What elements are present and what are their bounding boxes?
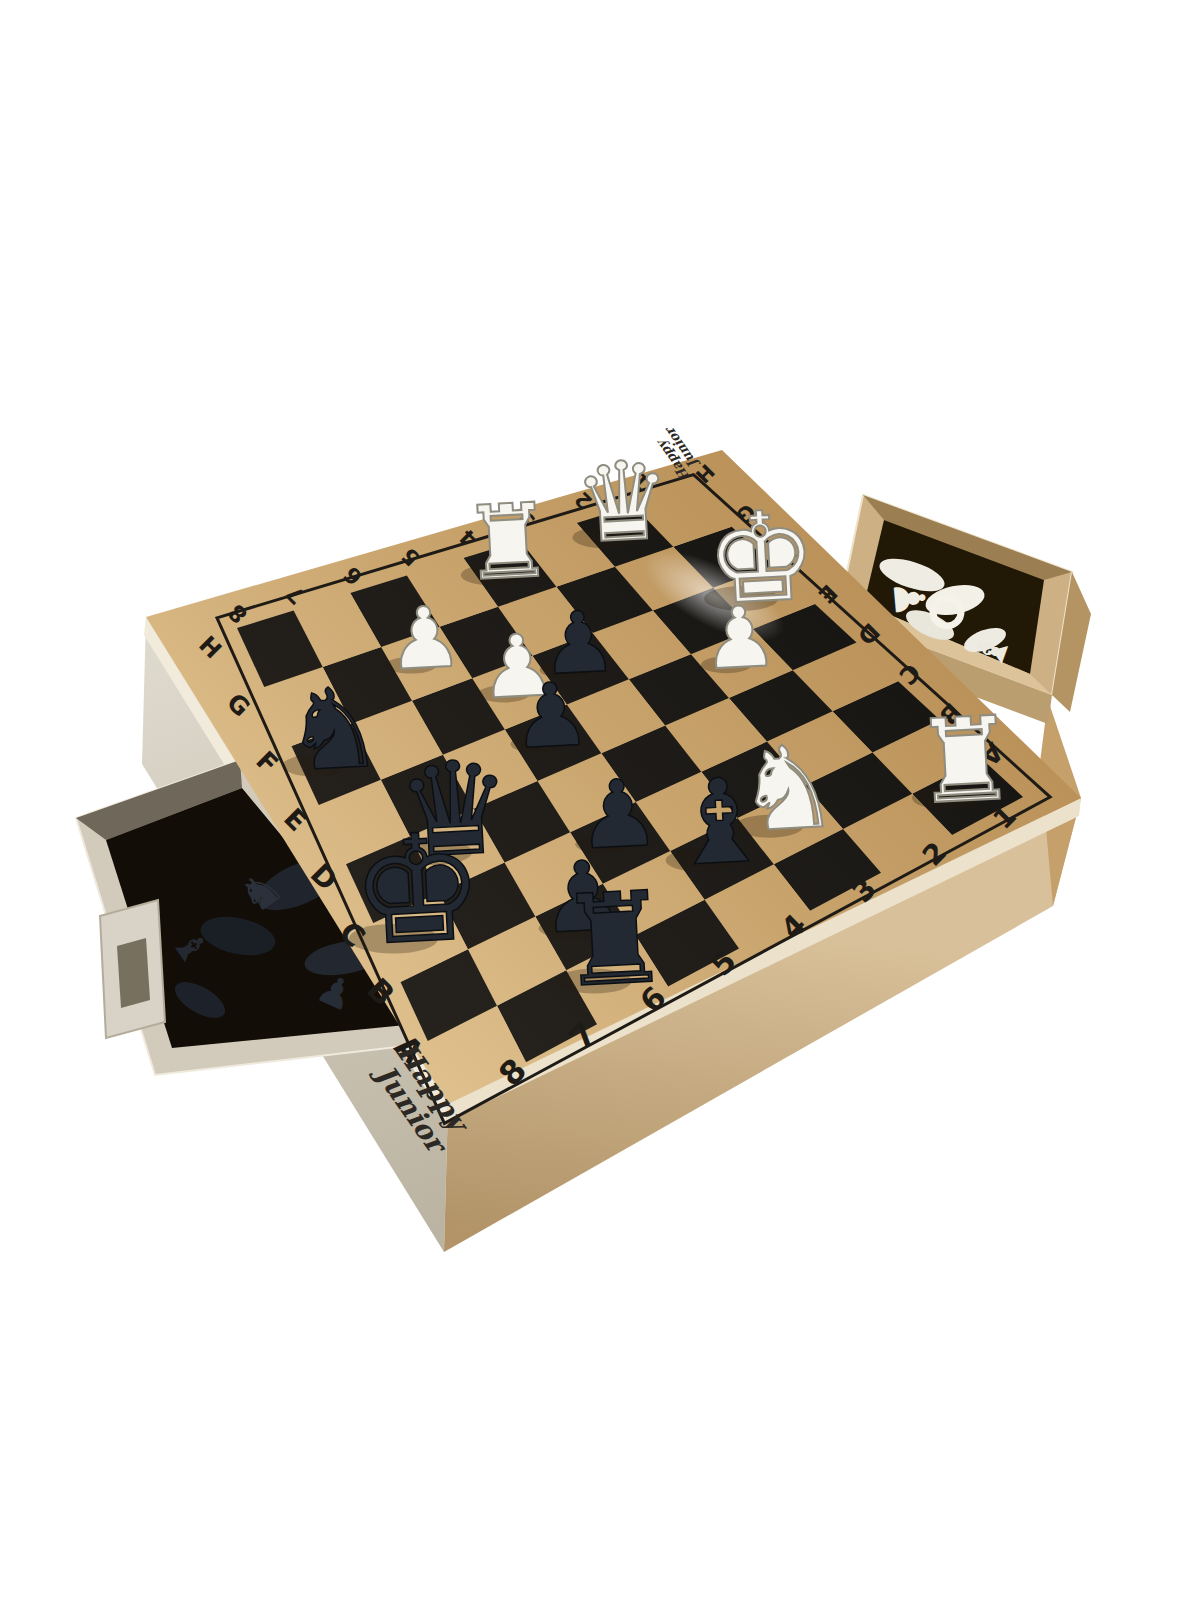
piece-glyph: ♛ [571,436,675,568]
black-king-c8: ♚ [347,799,489,979]
white-rook-a1: ♜ [910,690,1020,829]
white-pawn-g6: ♟ [385,587,465,689]
captured-white-piece-glyph: ♟ [883,578,935,620]
piece-glyph: ♟ [385,587,465,689]
black-knight-f8: ♞ [281,662,387,796]
white-queen-h2: ♛ [571,436,675,568]
piece-glyph: ♜ [459,481,556,604]
white-pawn-e2: ♟ [700,587,780,689]
left-drawer-handle-recess [117,938,150,1008]
chess-box-product-photo: ♞♟♝♟♝1122334455667788AABBCCDDEEFFGGHHHap… [0,0,1200,1600]
piece-glyph: ♜ [554,863,674,1016]
piece-glyph: ♟ [509,663,593,769]
piece-glyph: ♝ [664,752,775,892]
piece-glyph: ♚ [347,799,489,979]
white-rook-h4: ♜ [459,481,556,604]
black-rook-a6: ♜ [554,863,674,1016]
black-bishop-b4: ♝ [664,752,775,892]
piece-glyph: ♟ [700,587,780,689]
piece-glyph: ♜ [910,690,1020,829]
scene-svg: ♞♟♝♟♝1122334455667788AABBCCDDEEFFGGHHHap… [0,0,1200,1600]
piece-glyph: ♞ [281,662,387,796]
black-pawn-e5: ♟ [509,663,593,769]
